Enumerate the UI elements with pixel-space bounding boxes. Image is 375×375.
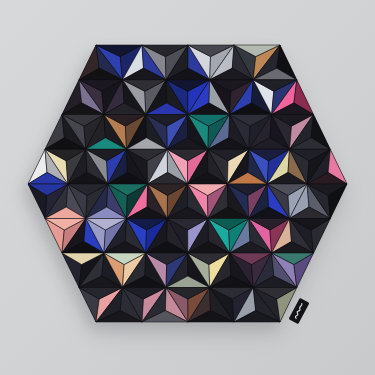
photo-background [0,0,375,375]
hexagonal-triangle-mosaic-artwork [0,0,375,375]
pyramid-grid [28,45,347,322]
